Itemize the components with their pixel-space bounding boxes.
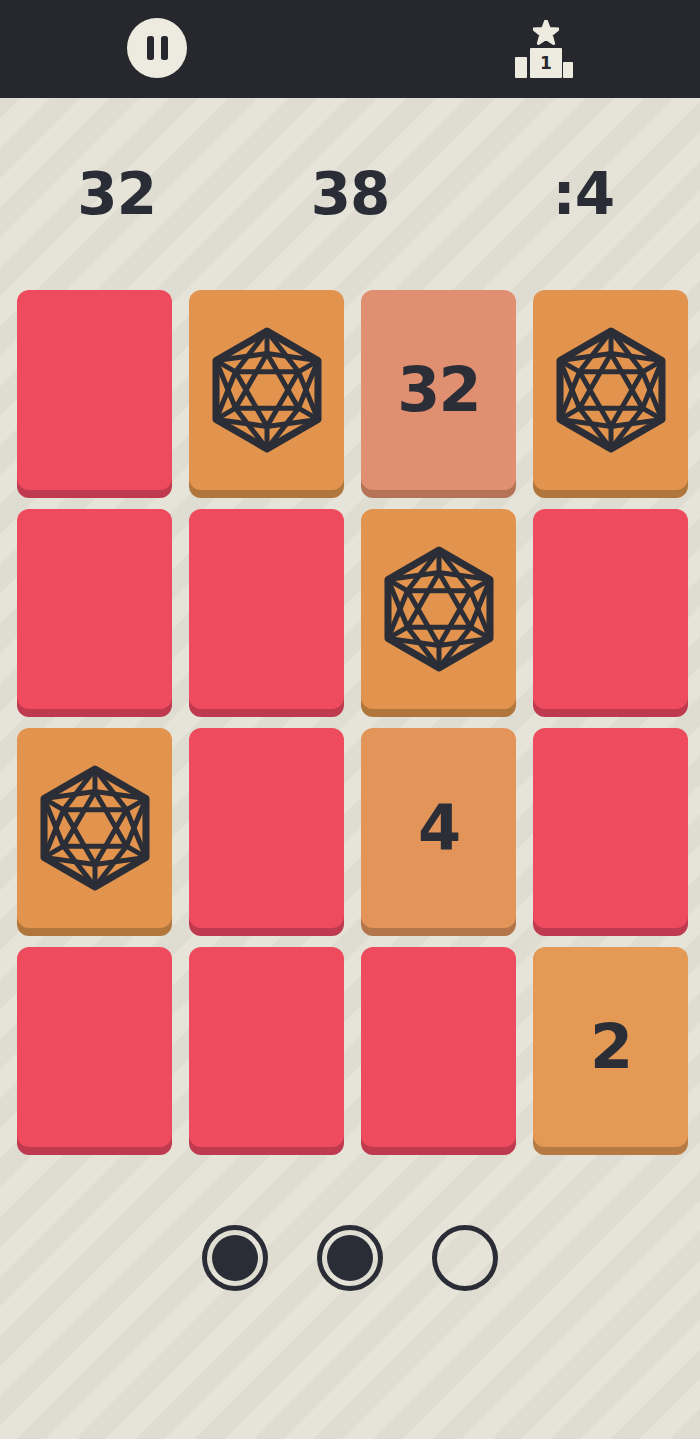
pause-button[interactable] [127,18,187,78]
round-dot-core [327,1235,373,1281]
timer: :4 [467,160,700,228]
game-screen: { "game": "number memory match (2048-sty… [0,0,700,1439]
icosahedron-icon [32,765,158,891]
pause-icon [161,36,168,60]
card-die-back[interactable] [17,728,172,928]
top-bar: 1 [0,0,700,98]
icosahedron-icon [548,327,674,453]
card-facedown[interactable] [189,509,344,709]
card-number-32[interactable]: 32 [361,290,516,490]
card-facedown[interactable] [189,728,344,928]
round-indicator-dots [0,1225,700,1291]
star-icon [533,20,559,46]
card-die-back[interactable] [533,290,688,490]
card-facedown[interactable] [533,728,688,928]
left-score: 32 [0,160,233,228]
leaderboard-button[interactable]: 1 [510,20,578,78]
center-score: 38 [233,160,466,228]
round-dot-filled [202,1225,268,1291]
card-number-2[interactable]: 2 [533,947,688,1147]
card-value: 32 [397,359,479,421]
icosahedron-icon [204,327,330,453]
podium-first-place-block: 1 [530,48,562,78]
card-value: 2 [590,1016,631,1078]
card-number-4[interactable]: 4 [361,728,516,928]
round-dot-core [212,1235,258,1281]
card-value: 4 [418,797,459,859]
card-facedown[interactable] [17,947,172,1147]
card-facedown[interactable] [361,947,516,1147]
score-row: 32 38 :4 [0,160,700,228]
card-die-back[interactable] [361,509,516,709]
podium-right-block [563,62,573,78]
rank-number: 1 [540,55,552,72]
pause-icon [147,36,154,60]
round-dot-empty [432,1225,498,1291]
card-grid: 3242 [17,290,688,1147]
podium-left-block [515,57,527,78]
card-facedown[interactable] [17,290,172,490]
icosahedron-icon [376,546,502,672]
card-facedown[interactable] [189,947,344,1147]
card-die-back[interactable] [189,290,344,490]
card-facedown[interactable] [533,509,688,709]
card-facedown[interactable] [17,509,172,709]
round-dot-filled [317,1225,383,1291]
